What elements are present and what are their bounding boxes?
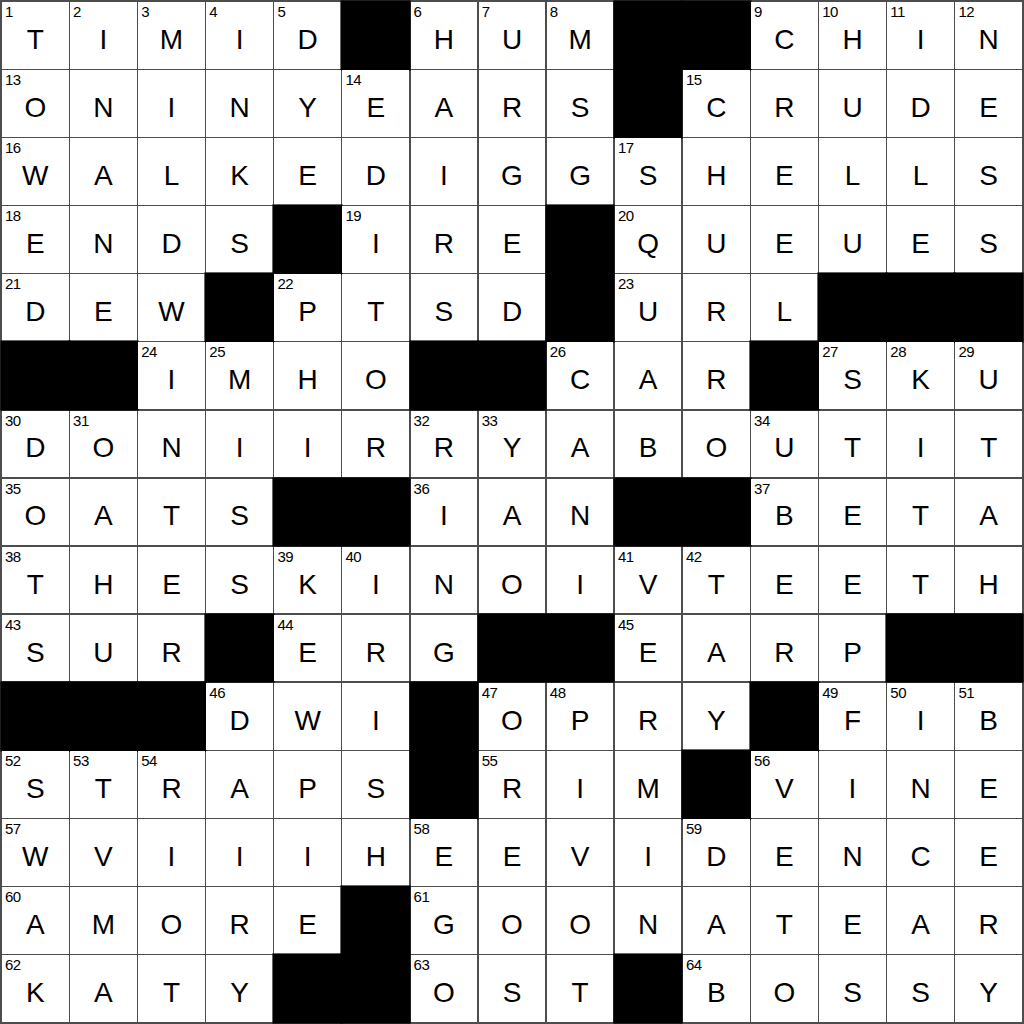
cell-letter: K bbox=[206, 138, 273, 205]
black-cell bbox=[342, 2, 409, 69]
cell-letter: T bbox=[2, 2, 69, 69]
grid-cell[interactable]: 7U bbox=[479, 2, 546, 69]
grid-cell[interactable]: 42T bbox=[683, 547, 750, 614]
grid-cell[interactable]: U bbox=[819, 70, 886, 137]
cell-letter: B bbox=[683, 955, 750, 1022]
grid-cell[interactable]: E bbox=[819, 887, 886, 954]
black-cell bbox=[479, 615, 546, 682]
grid-cell[interactable]: I bbox=[138, 819, 205, 886]
grid-cell[interactable]: B bbox=[615, 411, 682, 478]
grid-cell[interactable]: 50I bbox=[887, 683, 954, 750]
grid-cell[interactable]: H bbox=[274, 342, 341, 409]
grid-cell[interactable]: 16W bbox=[2, 138, 69, 205]
cell-letter: I bbox=[411, 479, 478, 546]
cell-letter: A bbox=[411, 70, 478, 137]
cell-letter: L bbox=[887, 138, 954, 205]
cell-letter: I bbox=[206, 411, 273, 478]
grid-cell[interactable]: L bbox=[819, 138, 886, 205]
grid-cell[interactable]: N bbox=[819, 819, 886, 886]
grid-cell[interactable]: I bbox=[547, 751, 614, 818]
black-cell bbox=[411, 751, 478, 818]
grid-cell[interactable]: I bbox=[411, 138, 478, 205]
grid-cell[interactable]: Y bbox=[955, 955, 1022, 1022]
cell-letter: E bbox=[274, 138, 341, 205]
cell-letter: N bbox=[138, 411, 205, 478]
grid-cell[interactable]: 37B bbox=[751, 479, 818, 546]
grid-cell[interactable]: 4I bbox=[206, 2, 273, 69]
grid-cell[interactable]: 55R bbox=[479, 751, 546, 818]
cell-letter: A bbox=[206, 751, 273, 818]
cell-letter: H bbox=[411, 2, 478, 69]
grid-cell[interactable]: R bbox=[411, 206, 478, 273]
cell-letter: Y bbox=[683, 683, 750, 750]
grid-cell[interactable]: R bbox=[955, 887, 1022, 954]
cell-letter: A bbox=[70, 479, 137, 546]
grid-cell[interactable]: G bbox=[479, 138, 546, 205]
grid-cell[interactable]: I bbox=[547, 547, 614, 614]
black-cell bbox=[887, 274, 954, 341]
cell-letter: K bbox=[887, 342, 954, 409]
grid-cell[interactable]: 35O bbox=[2, 479, 69, 546]
cell-letter: U bbox=[683, 206, 750, 273]
cell-letter: W bbox=[2, 138, 69, 205]
grid-cell[interactable]: 57W bbox=[2, 819, 69, 886]
grid-cell[interactable]: E bbox=[751, 138, 818, 205]
grid-cell[interactable]: R bbox=[479, 70, 546, 137]
black-cell bbox=[751, 342, 818, 409]
cell-letter: P bbox=[819, 615, 886, 682]
grid-cell[interactable]: 25M bbox=[206, 342, 273, 409]
grid-cell[interactable]: 56V bbox=[751, 751, 818, 818]
grid-cell[interactable]: 44E bbox=[274, 615, 341, 682]
cell-letter: V bbox=[547, 819, 614, 886]
grid-cell[interactable]: 8M bbox=[547, 2, 614, 69]
black-cell bbox=[206, 615, 273, 682]
cell-letter: S bbox=[887, 955, 954, 1022]
grid-cell[interactable]: N bbox=[411, 547, 478, 614]
cell-letter: C bbox=[887, 819, 954, 886]
grid-cell[interactable]: O bbox=[751, 955, 818, 1022]
cell-letter: L bbox=[819, 138, 886, 205]
grid-cell[interactable]: 10H bbox=[819, 2, 886, 69]
cell-letter: I bbox=[819, 751, 886, 818]
grid-cell[interactable]: T bbox=[138, 479, 205, 546]
cell-letter: T bbox=[751, 887, 818, 954]
grid-cell[interactable]: O bbox=[342, 342, 409, 409]
grid-cell[interactable]: 12N bbox=[955, 2, 1022, 69]
grid-cell[interactable]: R bbox=[342, 411, 409, 478]
grid-cell[interactable]: C bbox=[887, 819, 954, 886]
grid-cell[interactable]: N bbox=[206, 70, 273, 137]
grid-cell[interactable]: 64B bbox=[683, 955, 750, 1022]
grid-cell[interactable]: O bbox=[479, 547, 546, 614]
grid-cell[interactable]: 15C bbox=[683, 70, 750, 137]
grid-cell[interactable]: E bbox=[274, 887, 341, 954]
grid-cell[interactable]: S bbox=[206, 547, 273, 614]
grid-cell[interactable]: 49F bbox=[819, 683, 886, 750]
black-cell bbox=[2, 683, 69, 750]
cell-letter: N bbox=[955, 2, 1022, 69]
grid-cell[interactable]: N bbox=[887, 751, 954, 818]
cell-letter: O bbox=[2, 479, 69, 546]
cell-letter: R bbox=[479, 751, 546, 818]
grid-cell[interactable]: S bbox=[206, 206, 273, 273]
grid-cell[interactable]: E bbox=[751, 547, 818, 614]
grid-cell[interactable]: P bbox=[819, 615, 886, 682]
grid-cell[interactable]: A bbox=[70, 479, 137, 546]
grid-cell[interactable]: U bbox=[819, 206, 886, 273]
cell-letter: N bbox=[819, 819, 886, 886]
grid-cell[interactable]: G bbox=[547, 138, 614, 205]
grid-cell[interactable]: S bbox=[955, 138, 1022, 205]
grid-cell[interactable]: T bbox=[342, 274, 409, 341]
cell-letter: T bbox=[887, 547, 954, 614]
grid-cell[interactable]: E bbox=[479, 819, 546, 886]
grid-cell[interactable]: I bbox=[819, 751, 886, 818]
grid-cell[interactable]: 31O bbox=[70, 411, 137, 478]
grid-cell[interactable]: E bbox=[274, 138, 341, 205]
grid-cell[interactable]: E bbox=[70, 274, 137, 341]
grid-cell[interactable]: 14E bbox=[342, 70, 409, 137]
cell-letter: H bbox=[955, 547, 1022, 614]
grid-cell[interactable]: 53T bbox=[70, 751, 137, 818]
grid-cell[interactable]: V bbox=[547, 819, 614, 886]
grid-cell[interactable]: A bbox=[615, 342, 682, 409]
grid-cell[interactable]: A bbox=[887, 887, 954, 954]
cell-letter: E bbox=[70, 274, 137, 341]
grid-cell[interactable]: T bbox=[887, 547, 954, 614]
grid-cell[interactable]: T bbox=[819, 411, 886, 478]
grid-cell[interactable]: R bbox=[615, 683, 682, 750]
grid-cell[interactable]: Y bbox=[683, 683, 750, 750]
grid-cell[interactable]: D bbox=[138, 206, 205, 273]
black-cell bbox=[2, 342, 69, 409]
cell-letter: R bbox=[955, 887, 1022, 954]
grid-cell[interactable]: 51B bbox=[955, 683, 1022, 750]
grid-cell[interactable]: 13O bbox=[2, 70, 69, 137]
grid-cell[interactable]: S bbox=[479, 955, 546, 1022]
grid-cell[interactable]: S bbox=[887, 955, 954, 1022]
grid-cell[interactable]: T bbox=[887, 479, 954, 546]
grid-cell[interactable]: R bbox=[683, 342, 750, 409]
grid-cell[interactable]: E bbox=[955, 70, 1022, 137]
cell-letter: H bbox=[819, 2, 886, 69]
cell-letter: E bbox=[751, 547, 818, 614]
grid-cell[interactable]: 5D bbox=[274, 2, 341, 69]
grid-cell[interactable]: D bbox=[887, 70, 954, 137]
grid-cell[interactable]: I bbox=[615, 819, 682, 886]
black-cell bbox=[615, 479, 682, 546]
cell-letter: M bbox=[615, 751, 682, 818]
grid-cell[interactable]: 1T bbox=[2, 2, 69, 69]
cell-letter: I bbox=[615, 819, 682, 886]
grid-cell[interactable]: 22P bbox=[274, 274, 341, 341]
grid-cell[interactable]: 20Q bbox=[615, 206, 682, 273]
cell-letter: R bbox=[751, 615, 818, 682]
grid-cell[interactable]: N bbox=[70, 206, 137, 273]
cell-letter: R bbox=[479, 70, 546, 137]
grid-cell[interactable]: H bbox=[955, 547, 1022, 614]
cell-letter: I bbox=[887, 683, 954, 750]
grid-cell[interactable]: V bbox=[70, 819, 137, 886]
grid-cell[interactable]: 19I bbox=[342, 206, 409, 273]
cell-letter: O bbox=[479, 547, 546, 614]
cell-letter: S bbox=[2, 615, 69, 682]
cell-letter: R bbox=[411, 411, 478, 478]
grid-cell[interactable]: H bbox=[683, 138, 750, 205]
cell-letter: D bbox=[206, 683, 273, 750]
black-cell bbox=[955, 274, 1022, 341]
grid-cell[interactable]: D bbox=[479, 274, 546, 341]
cell-letter: I bbox=[342, 683, 409, 750]
grid-cell[interactable]: 24I bbox=[138, 342, 205, 409]
grid-cell[interactable]: 47O bbox=[479, 683, 546, 750]
grid-cell[interactable]: H bbox=[342, 819, 409, 886]
grid-cell[interactable]: A bbox=[683, 887, 750, 954]
grid-cell[interactable]: 28K bbox=[887, 342, 954, 409]
grid-cell[interactable]: 11I bbox=[887, 2, 954, 69]
cell-letter: A bbox=[683, 615, 750, 682]
grid-cell[interactable]: W bbox=[274, 683, 341, 750]
grid-cell[interactable]: R bbox=[751, 615, 818, 682]
cell-letter: Y bbox=[206, 955, 273, 1022]
grid-cell[interactable]: T bbox=[955, 411, 1022, 478]
cell-letter: T bbox=[887, 479, 954, 546]
grid-cell[interactable]: E bbox=[479, 206, 546, 273]
grid-cell[interactable]: M bbox=[70, 887, 137, 954]
cell-letter: R bbox=[615, 683, 682, 750]
grid-cell[interactable]: E bbox=[887, 206, 954, 273]
cell-letter: G bbox=[411, 615, 478, 682]
cell-letter: S bbox=[479, 955, 546, 1022]
grid-cell[interactable]: 33Y bbox=[479, 411, 546, 478]
grid-cell[interactable]: 38T bbox=[2, 547, 69, 614]
grid-cell[interactable]: I bbox=[342, 683, 409, 750]
grid-cell[interactable]: 29U bbox=[955, 342, 1022, 409]
grid-cell[interactable]: 17S bbox=[615, 138, 682, 205]
cell-letter: D bbox=[2, 411, 69, 478]
cell-letter: S bbox=[955, 138, 1022, 205]
grid-cell[interactable]: L bbox=[751, 274, 818, 341]
grid-cell[interactable]: S bbox=[819, 955, 886, 1022]
grid-cell[interactable]: A bbox=[479, 479, 546, 546]
grid-cell[interactable]: D bbox=[342, 138, 409, 205]
grid-cell[interactable]: U bbox=[683, 206, 750, 273]
grid-cell[interactable]: K bbox=[206, 138, 273, 205]
grid-cell[interactable]: S bbox=[955, 206, 1022, 273]
cell-letter: H bbox=[274, 342, 341, 409]
grid-cell[interactable]: 21D bbox=[2, 274, 69, 341]
black-cell bbox=[615, 70, 682, 137]
cell-letter: I bbox=[547, 751, 614, 818]
grid-cell[interactable]: W bbox=[138, 274, 205, 341]
grid-cell[interactable]: 43S bbox=[2, 615, 69, 682]
grid-cell[interactable]: R bbox=[683, 274, 750, 341]
grid-cell[interactable]: E bbox=[955, 819, 1022, 886]
grid-cell[interactable]: 30D bbox=[2, 411, 69, 478]
grid-cell[interactable]: 46D bbox=[206, 683, 273, 750]
cell-letter: R bbox=[206, 887, 273, 954]
grid-cell[interactable]: 3M bbox=[138, 2, 205, 69]
cell-letter: S bbox=[206, 206, 273, 273]
grid-cell[interactable]: 9C bbox=[751, 2, 818, 69]
cell-letter: I bbox=[887, 411, 954, 478]
grid-cell[interactable]: R bbox=[206, 887, 273, 954]
grid-cell[interactable]: 59D bbox=[683, 819, 750, 886]
grid-cell[interactable]: I bbox=[138, 70, 205, 137]
cell-letter: E bbox=[751, 206, 818, 273]
grid-cell[interactable]: I bbox=[206, 411, 273, 478]
cell-letter: M bbox=[547, 2, 614, 69]
cell-letter: T bbox=[819, 411, 886, 478]
cell-letter: V bbox=[615, 547, 682, 614]
cell-letter: I bbox=[70, 2, 137, 69]
grid-cell[interactable]: R bbox=[342, 615, 409, 682]
grid-cell[interactable]: S bbox=[547, 70, 614, 137]
cell-letter: E bbox=[615, 615, 682, 682]
grid-cell[interactable]: A bbox=[955, 479, 1022, 546]
cell-letter: R bbox=[342, 411, 409, 478]
cell-letter: D bbox=[342, 138, 409, 205]
grid-cell[interactable]: U bbox=[70, 615, 137, 682]
grid-cell[interactable]: A bbox=[206, 751, 273, 818]
grid-cell[interactable]: 6H bbox=[411, 2, 478, 69]
grid-cell[interactable]: 48P bbox=[547, 683, 614, 750]
cell-letter: A bbox=[615, 342, 682, 409]
grid-cell[interactable]: 58E bbox=[411, 819, 478, 886]
grid-cell[interactable]: P bbox=[274, 751, 341, 818]
grid-cell[interactable]: 18E bbox=[2, 206, 69, 273]
grid-cell[interactable]: N bbox=[615, 887, 682, 954]
grid-cell[interactable]: E bbox=[819, 479, 886, 546]
grid-cell[interactable]: 39K bbox=[274, 547, 341, 614]
black-cell bbox=[547, 274, 614, 341]
cell-letter: A bbox=[70, 955, 137, 1022]
grid-cell[interactable]: T bbox=[751, 887, 818, 954]
grid-cell[interactable]: 54R bbox=[138, 751, 205, 818]
crossword-grid: 1T2I3M4I5D6H7U8M9C10H11I12N13ONINY14EARS… bbox=[0, 0, 1024, 1024]
grid-cell[interactable]: E bbox=[138, 547, 205, 614]
grid-cell[interactable]: 34U bbox=[751, 411, 818, 478]
cell-letter: L bbox=[138, 138, 205, 205]
grid-cell[interactable]: H bbox=[70, 547, 137, 614]
cell-letter: U bbox=[70, 615, 137, 682]
cell-letter: P bbox=[274, 751, 341, 818]
cell-letter: E bbox=[274, 615, 341, 682]
grid-cell[interactable]: M bbox=[615, 751, 682, 818]
cell-letter: H bbox=[683, 138, 750, 205]
grid-cell[interactable]: 26C bbox=[547, 342, 614, 409]
cell-letter: B bbox=[955, 683, 1022, 750]
cell-letter: O bbox=[411, 955, 478, 1022]
grid-cell[interactable]: 62K bbox=[2, 955, 69, 1022]
grid-cell[interactable]: A bbox=[70, 138, 137, 205]
cell-letter: D bbox=[274, 2, 341, 69]
cell-letter: D bbox=[479, 274, 546, 341]
cell-letter: M bbox=[206, 342, 273, 409]
cell-letter: O bbox=[479, 887, 546, 954]
grid-cell[interactable]: Y bbox=[274, 70, 341, 137]
cell-letter: D bbox=[887, 70, 954, 137]
grid-cell[interactable]: 40I bbox=[342, 547, 409, 614]
grid-cell[interactable]: I bbox=[274, 411, 341, 478]
grid-cell[interactable]: 60A bbox=[2, 887, 69, 954]
cell-letter: T bbox=[138, 479, 205, 546]
grid-cell[interactable]: O bbox=[138, 887, 205, 954]
grid-cell[interactable]: E bbox=[955, 751, 1022, 818]
grid-cell[interactable]: E bbox=[751, 206, 818, 273]
grid-cell[interactable]: 36I bbox=[411, 479, 478, 546]
cell-letter: E bbox=[751, 138, 818, 205]
cell-letter: I bbox=[547, 547, 614, 614]
cell-letter: I bbox=[342, 206, 409, 273]
grid-cell[interactable]: L bbox=[887, 138, 954, 205]
grid-cell[interactable]: N bbox=[70, 70, 137, 137]
cell-letter: Y bbox=[274, 70, 341, 137]
grid-cell[interactable]: I bbox=[206, 819, 273, 886]
grid-cell[interactable]: R bbox=[138, 615, 205, 682]
cell-letter: N bbox=[70, 206, 137, 273]
grid-cell[interactable]: 63O bbox=[411, 955, 478, 1022]
cell-letter: R bbox=[138, 615, 205, 682]
grid-cell[interactable]: L bbox=[138, 138, 205, 205]
grid-cell[interactable]: O bbox=[547, 887, 614, 954]
grid-cell[interactable]: S bbox=[206, 479, 273, 546]
grid-cell[interactable]: Y bbox=[206, 955, 273, 1022]
cell-letter: E bbox=[819, 547, 886, 614]
black-cell bbox=[479, 342, 546, 409]
grid-cell[interactable]: 61G bbox=[411, 887, 478, 954]
cell-letter: C bbox=[547, 342, 614, 409]
black-cell bbox=[411, 683, 478, 750]
grid-cell[interactable]: G bbox=[411, 615, 478, 682]
grid-cell[interactable]: I bbox=[887, 411, 954, 478]
grid-cell[interactable]: A bbox=[683, 615, 750, 682]
grid-cell[interactable]: S bbox=[342, 751, 409, 818]
grid-cell[interactable]: R bbox=[751, 70, 818, 137]
grid-cell[interactable]: E bbox=[819, 547, 886, 614]
grid-cell[interactable]: A bbox=[70, 955, 137, 1022]
grid-cell[interactable]: A bbox=[411, 70, 478, 137]
grid-cell[interactable]: T bbox=[547, 955, 614, 1022]
grid-cell[interactable]: O bbox=[683, 411, 750, 478]
grid-cell[interactable]: N bbox=[547, 479, 614, 546]
grid-cell[interactable]: N bbox=[138, 411, 205, 478]
black-cell bbox=[138, 683, 205, 750]
cell-letter: E bbox=[751, 819, 818, 886]
cell-letter: S bbox=[206, 479, 273, 546]
grid-cell[interactable]: A bbox=[547, 411, 614, 478]
grid-cell[interactable]: 41V bbox=[615, 547, 682, 614]
grid-cell[interactable]: 27S bbox=[819, 342, 886, 409]
grid-cell[interactable]: 23U bbox=[615, 274, 682, 341]
grid-cell[interactable]: T bbox=[138, 955, 205, 1022]
cell-letter: E bbox=[479, 819, 546, 886]
grid-cell[interactable]: 2I bbox=[70, 2, 137, 69]
grid-cell[interactable]: S bbox=[411, 274, 478, 341]
cell-letter: S bbox=[411, 274, 478, 341]
cell-letter: U bbox=[479, 2, 546, 69]
black-cell bbox=[819, 274, 886, 341]
grid-cell[interactable]: I bbox=[274, 819, 341, 886]
grid-cell[interactable]: O bbox=[479, 887, 546, 954]
grid-cell[interactable]: 52S bbox=[2, 751, 69, 818]
black-cell bbox=[955, 615, 1022, 682]
grid-cell[interactable]: 32R bbox=[411, 411, 478, 478]
grid-cell[interactable]: E bbox=[751, 819, 818, 886]
cell-letter: U bbox=[819, 70, 886, 137]
grid-cell[interactable]: 45E bbox=[615, 615, 682, 682]
